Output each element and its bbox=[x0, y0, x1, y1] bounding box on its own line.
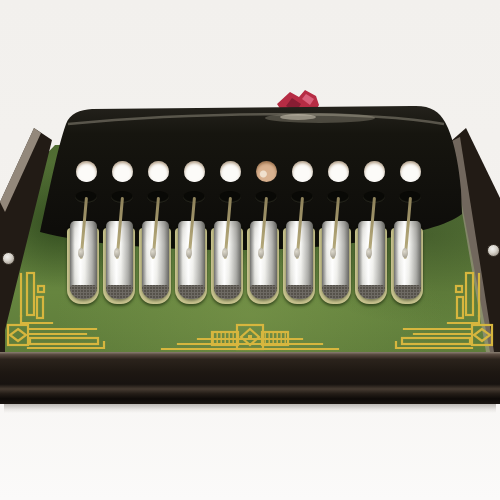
wire-solder-10 bbox=[402, 248, 408, 258]
wire-solder-6 bbox=[258, 248, 264, 258]
wire-solder-5 bbox=[222, 248, 228, 258]
photo-of-melodeon bbox=[0, 0, 500, 500]
wire-solder-4 bbox=[186, 248, 192, 258]
left-screw bbox=[2, 252, 15, 265]
key-wires-row bbox=[0, 0, 500, 500]
wire-solder-2 bbox=[114, 248, 120, 258]
wire-solder-3 bbox=[150, 248, 156, 258]
right-screw bbox=[487, 244, 500, 257]
wire-solder-7 bbox=[294, 248, 300, 258]
wire-solder-1 bbox=[78, 248, 84, 258]
wire-solder-9 bbox=[366, 248, 372, 258]
wire-solder-8 bbox=[330, 248, 336, 258]
